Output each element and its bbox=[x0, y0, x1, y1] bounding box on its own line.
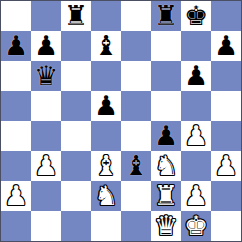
square-b7[interactable]: ♟ bbox=[31, 31, 61, 61]
white-knight[interactable]: ♞ bbox=[94, 181, 118, 211]
square-e5[interactable] bbox=[121, 91, 151, 121]
square-f1[interactable]: ♛ bbox=[151, 211, 181, 241]
square-h4[interactable] bbox=[211, 121, 241, 151]
white-pawn[interactable]: ♟ bbox=[214, 151, 238, 181]
square-e2[interactable] bbox=[121, 181, 151, 211]
square-e7[interactable] bbox=[121, 31, 151, 61]
chess-board-grid: ♜♜♚♟♟♝♟♛♟♟♟♟♟♝♝♞♟♟♞♜♟♛♚ bbox=[1, 1, 241, 241]
square-f8[interactable]: ♜ bbox=[151, 1, 181, 31]
square-h7[interactable]: ♟ bbox=[211, 31, 241, 61]
square-g2[interactable]: ♟ bbox=[181, 181, 211, 211]
square-g1[interactable]: ♚ bbox=[181, 211, 211, 241]
square-d2[interactable]: ♞ bbox=[91, 181, 121, 211]
square-e8[interactable] bbox=[121, 1, 151, 31]
square-b5[interactable] bbox=[31, 91, 61, 121]
white-pawn[interactable]: ♟ bbox=[4, 181, 28, 211]
square-c7[interactable] bbox=[61, 31, 91, 61]
square-g3[interactable] bbox=[181, 151, 211, 181]
square-f5[interactable] bbox=[151, 91, 181, 121]
square-f6[interactable] bbox=[151, 61, 181, 91]
white-knight[interactable]: ♞ bbox=[154, 151, 178, 181]
black-queen[interactable]: ♛ bbox=[34, 61, 58, 91]
square-a6[interactable] bbox=[1, 61, 31, 91]
square-g6[interactable]: ♟ bbox=[181, 61, 211, 91]
black-rook[interactable]: ♜ bbox=[64, 1, 88, 31]
square-g7[interactable] bbox=[181, 31, 211, 61]
square-a3[interactable] bbox=[1, 151, 31, 181]
black-rook[interactable]: ♜ bbox=[154, 1, 178, 31]
black-king[interactable]: ♚ bbox=[184, 1, 208, 31]
black-pawn[interactable]: ♟ bbox=[154, 121, 178, 151]
square-h2[interactable] bbox=[211, 181, 241, 211]
square-a7[interactable]: ♟ bbox=[1, 31, 31, 61]
square-c3[interactable] bbox=[61, 151, 91, 181]
white-bishop[interactable]: ♝ bbox=[94, 151, 118, 181]
square-c2[interactable] bbox=[61, 181, 91, 211]
square-c8[interactable]: ♜ bbox=[61, 1, 91, 31]
chess-board: ♜♜♚♟♟♝♟♛♟♟♟♟♟♝♝♞♟♟♞♜♟♛♚ bbox=[0, 0, 242, 242]
square-e4[interactable] bbox=[121, 121, 151, 151]
black-pawn[interactable]: ♟ bbox=[4, 31, 28, 61]
black-bishop[interactable]: ♝ bbox=[124, 151, 148, 181]
square-f7[interactable] bbox=[151, 31, 181, 61]
white-king[interactable]: ♚ bbox=[184, 211, 208, 241]
square-a5[interactable] bbox=[1, 91, 31, 121]
square-b4[interactable] bbox=[31, 121, 61, 151]
square-a4[interactable] bbox=[1, 121, 31, 151]
square-a1[interactable] bbox=[1, 211, 31, 241]
square-b3[interactable]: ♟ bbox=[31, 151, 61, 181]
black-bishop[interactable]: ♝ bbox=[94, 31, 118, 61]
white-pawn[interactable]: ♟ bbox=[34, 151, 58, 181]
square-d1[interactable] bbox=[91, 211, 121, 241]
white-pawn[interactable]: ♟ bbox=[184, 121, 208, 151]
square-g4[interactable]: ♟ bbox=[181, 121, 211, 151]
square-b8[interactable] bbox=[31, 1, 61, 31]
square-c4[interactable] bbox=[61, 121, 91, 151]
black-pawn[interactable]: ♟ bbox=[94, 91, 118, 121]
square-d7[interactable]: ♝ bbox=[91, 31, 121, 61]
square-f3[interactable]: ♞ bbox=[151, 151, 181, 181]
square-g8[interactable]: ♚ bbox=[181, 1, 211, 31]
square-f2[interactable]: ♜ bbox=[151, 181, 181, 211]
square-a8[interactable] bbox=[1, 1, 31, 31]
square-g5[interactable] bbox=[181, 91, 211, 121]
square-h6[interactable] bbox=[211, 61, 241, 91]
white-queen[interactable]: ♛ bbox=[154, 211, 178, 241]
black-pawn[interactable]: ♟ bbox=[34, 31, 58, 61]
square-e1[interactable] bbox=[121, 211, 151, 241]
black-pawn[interactable]: ♟ bbox=[184, 61, 208, 91]
square-a2[interactable]: ♟ bbox=[1, 181, 31, 211]
square-c5[interactable] bbox=[61, 91, 91, 121]
white-pawn[interactable]: ♟ bbox=[184, 181, 208, 211]
square-b1[interactable] bbox=[31, 211, 61, 241]
black-pawn[interactable]: ♟ bbox=[214, 31, 238, 61]
square-d8[interactable] bbox=[91, 1, 121, 31]
square-c6[interactable] bbox=[61, 61, 91, 91]
square-f4[interactable]: ♟ bbox=[151, 121, 181, 151]
square-c1[interactable] bbox=[61, 211, 91, 241]
square-d5[interactable]: ♟ bbox=[91, 91, 121, 121]
square-d3[interactable]: ♝ bbox=[91, 151, 121, 181]
white-rook[interactable]: ♜ bbox=[154, 181, 178, 211]
square-h3[interactable]: ♟ bbox=[211, 151, 241, 181]
square-h1[interactable] bbox=[211, 211, 241, 241]
square-b2[interactable] bbox=[31, 181, 61, 211]
square-d6[interactable] bbox=[91, 61, 121, 91]
square-e6[interactable] bbox=[121, 61, 151, 91]
square-e3[interactable]: ♝ bbox=[121, 151, 151, 181]
square-d4[interactable] bbox=[91, 121, 121, 151]
square-b6[interactable]: ♛ bbox=[31, 61, 61, 91]
square-h5[interactable] bbox=[211, 91, 241, 121]
square-h8[interactable] bbox=[211, 1, 241, 31]
